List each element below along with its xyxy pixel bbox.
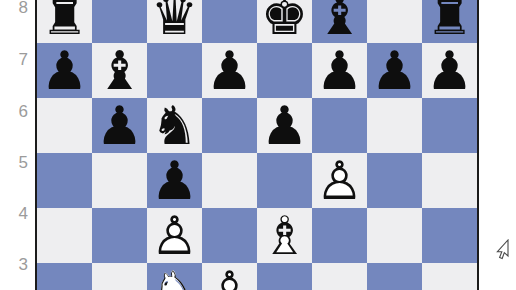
square-g5[interactable]	[367, 153, 422, 208]
video-frame: ♜♛♚♝♜♟♝♟♟♟♟♟♞♟♟♟♙♟♙♝♗♞♘♟♙ 876543	[0, 0, 516, 290]
square-d6[interactable]	[202, 98, 257, 153]
square-f5[interactable]: ♟♙	[312, 153, 367, 208]
square-h7[interactable]: ♟	[422, 43, 477, 98]
rank-label-3: 3	[0, 256, 28, 274]
square-h8[interactable]: ♜	[422, 0, 477, 43]
black-pawn: ♟	[422, 43, 477, 98]
rank-label-6: 6	[0, 103, 28, 121]
black-pawn: ♟	[37, 43, 92, 98]
white-pawn: ♟	[312, 153, 367, 208]
square-h4[interactable]	[422, 208, 477, 263]
square-c3[interactable]: ♞♘	[147, 263, 202, 290]
black-pawn: ♟	[147, 153, 202, 208]
square-a3[interactable]	[37, 263, 92, 290]
square-g6[interactable]	[367, 98, 422, 153]
white-pawn: ♟	[147, 208, 202, 263]
square-c8[interactable]: ♛	[147, 0, 202, 43]
square-c7[interactable]	[147, 43, 202, 98]
square-e7[interactable]	[257, 43, 312, 98]
square-a8[interactable]: ♜	[37, 0, 92, 43]
square-d7[interactable]: ♟	[202, 43, 257, 98]
square-e8[interactable]: ♚	[257, 0, 312, 43]
square-h5[interactable]	[422, 153, 477, 208]
mouse-cursor-icon	[495, 239, 511, 263]
square-d5[interactable]	[202, 153, 257, 208]
chess-board: ♜♛♚♝♜♟♝♟♟♟♟♟♞♟♟♟♙♟♙♝♗♞♘♟♙	[35, 0, 479, 290]
square-e4[interactable]: ♝♗	[257, 208, 312, 263]
black-rook: ♜	[422, 0, 477, 43]
square-h3[interactable]	[422, 263, 477, 290]
black-pawn: ♟	[257, 98, 312, 153]
white-pawn-outline: ♙	[202, 263, 257, 290]
square-f4[interactable]	[312, 208, 367, 263]
black-queen: ♛	[147, 0, 202, 43]
white-knight-outline: ♘	[147, 263, 202, 290]
rank-label-4: 4	[0, 205, 28, 223]
square-g7[interactable]: ♟	[367, 43, 422, 98]
white-pawn-outline: ♙	[147, 208, 202, 263]
square-b8[interactable]	[92, 0, 147, 43]
square-a6[interactable]	[37, 98, 92, 153]
black-bishop: ♝	[92, 43, 147, 98]
rank-label-7: 7	[0, 51, 28, 69]
square-e3[interactable]	[257, 263, 312, 290]
square-h6[interactable]	[422, 98, 477, 153]
black-bishop: ♝	[312, 0, 367, 43]
rank-label-5: 5	[0, 154, 28, 172]
white-pawn-outline: ♙	[312, 153, 367, 208]
square-d8[interactable]	[202, 0, 257, 43]
square-d3[interactable]: ♟♙	[202, 263, 257, 290]
square-b3[interactable]	[92, 263, 147, 290]
square-f7[interactable]: ♟	[312, 43, 367, 98]
square-e5[interactable]	[257, 153, 312, 208]
rank-label-8: 8	[0, 0, 28, 17]
square-a7[interactable]: ♟	[37, 43, 92, 98]
square-d4[interactable]	[202, 208, 257, 263]
square-f6[interactable]	[312, 98, 367, 153]
black-pawn: ♟	[92, 98, 147, 153]
square-e6[interactable]: ♟	[257, 98, 312, 153]
square-f3[interactable]	[312, 263, 367, 290]
square-g4[interactable]	[367, 208, 422, 263]
square-c6[interactable]: ♞	[147, 98, 202, 153]
square-g8[interactable]	[367, 0, 422, 43]
square-f8[interactable]: ♝	[312, 0, 367, 43]
white-pawn: ♟	[202, 263, 257, 290]
square-b6[interactable]: ♟	[92, 98, 147, 153]
square-b4[interactable]	[92, 208, 147, 263]
black-knight: ♞	[147, 98, 202, 153]
square-c4[interactable]: ♟♙	[147, 208, 202, 263]
black-pawn: ♟	[202, 43, 257, 98]
square-b5[interactable]	[92, 153, 147, 208]
white-bishop: ♝	[257, 208, 312, 263]
square-a5[interactable]	[37, 153, 92, 208]
square-b7[interactable]: ♝	[92, 43, 147, 98]
black-pawn: ♟	[312, 43, 367, 98]
black-pawn: ♟	[367, 43, 422, 98]
square-a4[interactable]	[37, 208, 92, 263]
black-rook: ♜	[37, 0, 92, 43]
square-g3[interactable]	[367, 263, 422, 290]
black-king: ♚	[257, 0, 312, 43]
white-knight: ♞	[147, 263, 202, 290]
square-c5[interactable]: ♟	[147, 153, 202, 208]
white-bishop-outline: ♗	[257, 208, 312, 263]
